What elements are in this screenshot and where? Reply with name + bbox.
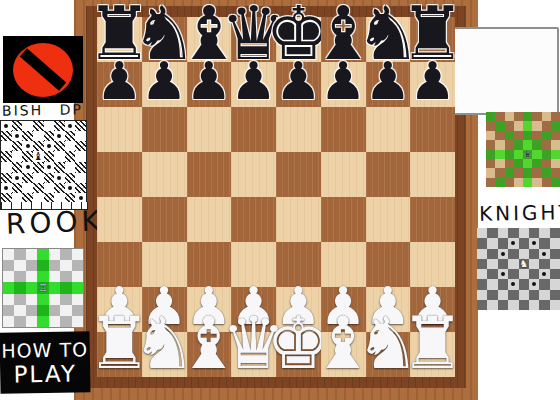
diagram-cell: [505, 150, 514, 159]
diagram-cell: [486, 140, 495, 149]
diagram-cell: [495, 140, 504, 149]
diagram-cell: [542, 121, 551, 130]
diagram-cell: [532, 159, 541, 168]
square-b4[interactable]: [142, 197, 187, 242]
diagram-cell: [477, 249, 487, 259]
bishop-section-label: BISH DP: [2, 101, 83, 118]
move-dot: [15, 176, 19, 180]
diagram-cell: [1, 151, 12, 162]
diagram-cell: [3, 316, 14, 327]
diagram-cell: [12, 121, 23, 131]
move-dot: [542, 252, 546, 256]
diagram-cell: [542, 140, 551, 149]
move-dot: [4, 186, 8, 190]
diagram-cell: [65, 183, 76, 193]
diagram-cell: [495, 121, 504, 130]
diagram-cell: [529, 228, 539, 238]
diagram-cell: [529, 290, 539, 300]
square-c4[interactable]: [187, 197, 232, 242]
diagram-cell: [37, 294, 48, 305]
diagram-cell: [486, 178, 495, 187]
diagram-cell: [26, 294, 37, 305]
diagram-cell: [33, 131, 44, 141]
square-a5[interactable]: [97, 152, 142, 197]
diagram-cell: [12, 183, 23, 193]
move-dot: [501, 272, 505, 276]
diagram-cell: [75, 173, 86, 183]
diagram-cell: [514, 131, 523, 140]
diagram-cell: [14, 316, 25, 327]
diagram-cell: [54, 151, 65, 162]
diagram-cell: [529, 300, 539, 310]
diagram-cell: [519, 290, 529, 300]
diagram-cell: [495, 159, 504, 168]
diagram-cell: [498, 238, 508, 248]
square-f6[interactable]: [321, 107, 366, 152]
diagram-cell: [49, 294, 60, 305]
diagram-cell: [75, 162, 86, 172]
move-dot: [542, 272, 546, 276]
diagram-cell: [532, 131, 541, 140]
knight-icon: ♞: [519, 259, 528, 269]
diagram-cell: [523, 131, 532, 140]
diagram-cell: [532, 178, 541, 187]
diagram-cell: [551, 131, 560, 140]
diagram-cell: [3, 294, 14, 305]
square-b5[interactable]: [142, 152, 187, 197]
diagram-cell: [498, 249, 508, 259]
diagram-cell: [529, 269, 539, 279]
diagram-cell: [486, 159, 495, 168]
diagram-cell: [33, 183, 44, 193]
diagram-cell: [22, 162, 33, 172]
diagram-cell: [26, 305, 37, 316]
diagram-cell: [60, 249, 71, 260]
diagram-cell: [37, 316, 48, 327]
diagram-cell: [514, 140, 523, 149]
diagram-cell: [12, 141, 23, 151]
diagram-cell: [22, 151, 33, 162]
diagram-cell: [44, 121, 55, 131]
diagram-cell: [65, 151, 76, 162]
square-e4[interactable]: [276, 197, 321, 242]
diagram-cell: [12, 131, 23, 141]
diagram-cell: [498, 279, 508, 289]
diagram-cell: [508, 290, 518, 300]
diagram-cell: [487, 269, 497, 279]
diagram-cell: [529, 279, 539, 289]
diagram-cell: [14, 294, 25, 305]
square-h7[interactable]: ♟: [410, 62, 455, 107]
diagram-cell: [22, 173, 33, 183]
diagram-cell: [49, 249, 60, 260]
move-dot: [532, 241, 536, 245]
diagram-cell: [505, 159, 514, 168]
diagram-cell: [539, 249, 549, 259]
diagram-cell: [49, 316, 60, 327]
diagram-cell: [22, 121, 33, 131]
diagram-cell: [551, 112, 560, 121]
diagram-cell: [542, 131, 551, 140]
diagram-cell: [523, 159, 532, 168]
diagram-cell: [54, 162, 65, 172]
diagram-cell: [550, 238, 560, 248]
diagram-cell: [532, 150, 541, 159]
diagram-cell: [551, 168, 560, 177]
diagram-cell: [44, 162, 55, 172]
chess-board: ♜♞♝♛♚♝♞♜♟♟♟♟♟♟♟♟♟♟♟♟♟♟♟♟♜♞♝♛♚♝♞♜: [97, 17, 455, 377]
diagram-cell: [75, 151, 86, 162]
black-pawn[interactable]: ♟: [186, 55, 233, 107]
diagram-cell: [75, 131, 86, 141]
diagram-cell: [1, 141, 12, 151]
rook-section-label: ROOK: [5, 204, 104, 240]
move-dot: [532, 282, 536, 286]
diagram-cell: [14, 282, 25, 293]
diagram-cell: [505, 168, 514, 177]
diagram-cell: [508, 228, 518, 238]
diagram-cell: [487, 228, 497, 238]
diagram-cell: [542, 159, 551, 168]
diagram-cell: [72, 282, 83, 293]
diagram-cell: [498, 290, 508, 300]
black-pawn[interactable]: ♟: [275, 55, 322, 107]
diagram-cell: [523, 121, 532, 130]
square-h4[interactable]: [410, 197, 455, 242]
diagram-cell: [550, 279, 560, 289]
diagram-cell: [523, 168, 532, 177]
square-e7[interactable]: ♟: [276, 62, 321, 107]
knight-moves-diagram: ♞: [477, 228, 560, 310]
move-dot: [26, 165, 30, 169]
square-g4[interactable]: [366, 197, 411, 242]
square-b7[interactable]: ♟: [142, 62, 187, 107]
diagram-cell: [72, 316, 83, 327]
square-h6[interactable]: [410, 107, 455, 152]
diagram-cell: [60, 271, 71, 282]
black-pawn[interactable]: ♟: [141, 55, 188, 107]
diagram-cell: [44, 141, 55, 151]
diagram-cell: [542, 112, 551, 121]
square-c7[interactable]: ♟: [187, 62, 232, 107]
queen-moves-diagram: ♛: [486, 112, 560, 187]
diagram-cell: [14, 305, 25, 316]
diagram-cell: [54, 121, 65, 131]
diagram-cell: [495, 112, 504, 121]
diagram-cell: [72, 294, 83, 305]
diagram-cell: [519, 238, 529, 248]
diagram-cell: [477, 269, 487, 279]
diagram-cell: [532, 121, 541, 130]
square-g7[interactable]: ♟: [366, 62, 411, 107]
square-c6[interactable]: [187, 107, 232, 152]
diagram-cell: [54, 183, 65, 193]
diagram-cell: ♖: [37, 282, 48, 293]
diagram-cell: [519, 228, 529, 238]
diagram-cell: [1, 121, 12, 131]
diagram-cell: [75, 121, 86, 131]
square-f4[interactable]: [321, 197, 366, 242]
diagram-cell: [551, 150, 560, 159]
square-h5[interactable]: [410, 152, 455, 197]
diagram-cell: [1, 183, 12, 193]
move-dot: [57, 134, 61, 138]
square-a4[interactable]: [97, 197, 142, 242]
square-a7[interactable]: ♟: [97, 62, 142, 107]
diagram-cell: [60, 294, 71, 305]
diagram-cell: [487, 238, 497, 248]
diagram-cell: [477, 290, 487, 300]
diagram-cell: [508, 300, 518, 310]
diagram-cell: [26, 260, 37, 271]
diagram-cell: [550, 269, 560, 279]
bishop-moves-diagram: ♝: [0, 120, 87, 204]
diagram-cell: [60, 282, 71, 293]
diagram-cell: [508, 279, 518, 289]
diagram-cell: [37, 260, 48, 271]
diagram-cell: [22, 141, 33, 151]
diagram-cell: [550, 259, 560, 269]
diagram-cell: [550, 249, 560, 259]
move-dot: [47, 165, 51, 169]
move-dot: [511, 241, 515, 245]
diagram-cell: [495, 131, 504, 140]
square-d7[interactable]: ♟: [231, 62, 276, 107]
diagram-cell: [33, 162, 44, 172]
diagram-cell: [3, 271, 14, 282]
diagram-cell: [539, 269, 549, 279]
diagram-cell: [487, 259, 497, 269]
diagram-cell: [477, 300, 487, 310]
diagram-cell: [14, 271, 25, 282]
move-dot: [511, 282, 515, 286]
diagram-cell: [508, 259, 518, 269]
no-entry-slash-icon: [20, 48, 66, 90]
diagram-cell: [508, 249, 518, 259]
square-c5[interactable]: [187, 152, 232, 197]
diagram-cell: [486, 131, 495, 140]
diagram-cell: [514, 121, 523, 130]
diagram-cell: [1, 131, 12, 141]
square-d5[interactable]: [231, 152, 276, 197]
diagram-cell: [542, 168, 551, 177]
square-d6[interactable]: [231, 107, 276, 152]
diagram-cell: [505, 178, 514, 187]
black-pawn[interactable]: ♟: [409, 55, 456, 107]
diagram-cell: [498, 228, 508, 238]
diagram-cell: [12, 151, 23, 162]
move-dot: [47, 144, 51, 148]
diagram-cell: [519, 269, 529, 279]
black-pawn[interactable]: ♟: [96, 55, 143, 107]
diagram-cell: [60, 260, 71, 271]
diagram-cell: [72, 271, 83, 282]
diagram-cell: [532, 168, 541, 177]
diagram-cell: [49, 271, 60, 282]
diagram-cell: [54, 173, 65, 183]
bishop-icon: ♝: [33, 151, 43, 162]
diagram-cell: [487, 290, 497, 300]
diagram-cell: [12, 162, 23, 172]
diagram-cell: [550, 290, 560, 300]
diagram-cell: [65, 173, 76, 183]
diagram-cell: [26, 249, 37, 260]
diagram-cell: [26, 271, 37, 282]
diagram-cell: [486, 112, 495, 121]
no-entry-icon: [13, 43, 73, 97]
diagram-cell: [514, 112, 523, 121]
diagram-cell: [532, 112, 541, 121]
diagram-cell: [54, 141, 65, 151]
diagram-cell: [75, 141, 86, 151]
diagram-cell: [14, 260, 25, 271]
diagram-cell: [1, 173, 12, 183]
diagram-cell: [498, 300, 508, 310]
diagram-cell: [523, 112, 532, 121]
diagram-cell: [65, 121, 76, 131]
move-dot: [68, 186, 72, 190]
diagram-cell: [37, 249, 48, 260]
diagram-cell: [529, 238, 539, 248]
square-g5[interactable]: [366, 152, 411, 197]
queen-icon: ♛: [524, 150, 532, 159]
diagram-cell: [37, 271, 48, 282]
diagram-cell: [508, 269, 518, 279]
diagram-cell: [495, 150, 504, 159]
diagram-cell: [22, 131, 33, 141]
diagram-cell: [487, 300, 497, 310]
square-f7[interactable]: ♟: [321, 62, 366, 107]
square-f5[interactable]: [321, 152, 366, 197]
diagram-cell: [519, 279, 529, 289]
diagram-cell: [539, 290, 549, 300]
square-b6[interactable]: [142, 107, 187, 152]
white-rook[interactable]: ♜: [400, 307, 465, 379]
diagram-cell: [65, 131, 76, 141]
diagram-cell: [65, 162, 76, 172]
diagram-cell: [498, 259, 508, 269]
diagram-cell: [37, 305, 48, 316]
diagram-cell: [514, 150, 523, 159]
diagram-cell: [542, 150, 551, 159]
diagram-cell: [75, 183, 86, 193]
no-entry-panel[interactable]: [3, 36, 83, 103]
diagram-cell: [505, 121, 514, 130]
diagram-cell: [14, 249, 25, 260]
how-to-play-button[interactable]: HOW TO PLAY: [0, 331, 91, 394]
diagram-cell: [486, 168, 495, 177]
diagram-cell: [539, 279, 549, 289]
diagram-cell: [477, 228, 487, 238]
diagram-cell: [495, 168, 504, 177]
diagram-cell: [539, 228, 549, 238]
diagram-cell: [3, 305, 14, 316]
move-dot: [15, 134, 19, 138]
diagram-cell: [550, 300, 560, 310]
square-e5[interactable]: [276, 152, 321, 197]
diagram-cell: [1, 162, 12, 172]
move-dot: [501, 252, 505, 256]
board-frame: ♜♞♝♛♚♝♞♜♟♟♟♟♟♟♟♟♟♟♟♟♟♟♟♟♜♞♝♛♚♝♞♜: [74, 0, 478, 400]
move-dot: [4, 124, 8, 128]
diagram-cell: [12, 173, 23, 183]
square-a6[interactable]: [97, 107, 142, 152]
diagram-cell: ♞: [519, 259, 529, 269]
diagram-cell: [523, 178, 532, 187]
board-frame-inner: ♜♞♝♛♚♝♞♜♟♟♟♟♟♟♟♟♟♟♟♟♟♟♟♟♜♞♝♛♚♝♞♜: [86, 6, 466, 388]
move-dot: [79, 196, 83, 200]
square-h1[interactable]: ♜: [410, 332, 455, 377]
diagram-cell: [487, 249, 497, 259]
how-to-play-line1: HOW TO: [1, 338, 88, 362]
diagram-cell: [514, 178, 523, 187]
diagram-cell: [551, 140, 560, 149]
diagram-cell: [22, 183, 33, 193]
square-g6[interactable]: [366, 107, 411, 152]
diagram-cell: [487, 279, 497, 289]
diagram-cell: [72, 249, 83, 260]
move-dot: [57, 176, 61, 180]
diagram-cell: [539, 238, 549, 248]
square-d4[interactable]: [231, 197, 276, 242]
diagram-cell: [72, 305, 83, 316]
diagram-cell: [529, 249, 539, 259]
diagram-cell: [551, 159, 560, 168]
diagram-cell: [49, 260, 60, 271]
diagram-cell: ♝: [33, 151, 44, 162]
diagram-cell: [529, 259, 539, 269]
diagram-cell: [477, 259, 487, 269]
diagram-cell: [498, 269, 508, 279]
diagram-cell: [486, 150, 495, 159]
diagram-cell: [65, 141, 76, 151]
diagram-cell: [514, 168, 523, 177]
diagram-cell: [551, 121, 560, 130]
game-stage: ♜♞♝♛♚♝♞♜♟♟♟♟♟♟♟♟♟♟♟♟♟♟♟♟♜♞♝♛♚♝♞♜ BISH DP…: [0, 0, 560, 400]
knight-section-label: KNIGHT: [479, 200, 560, 226]
black-pawn[interactable]: ♟: [320, 55, 367, 107]
diagram-cell: [505, 140, 514, 149]
diagram-cell: [495, 178, 504, 187]
diagram-cell: [551, 178, 560, 187]
diagram-cell: [54, 131, 65, 141]
diagram-cell: [508, 238, 518, 248]
diagram-cell: [519, 300, 529, 310]
diagram-cell: [44, 173, 55, 183]
square-e6[interactable]: [276, 107, 321, 152]
diagram-cell: [33, 173, 44, 183]
diagram-cell: [539, 300, 549, 310]
rook-moves-diagram: ♖: [2, 248, 84, 328]
diagram-cell: [477, 238, 487, 248]
move-dot: [26, 144, 30, 148]
black-pawn[interactable]: ♟: [365, 55, 412, 107]
diagram-cell: [26, 316, 37, 327]
diagram-cell: [44, 183, 55, 193]
rook-icon: ♖: [39, 283, 48, 293]
diagram-cell: [44, 131, 55, 141]
diagram-cell: [3, 260, 14, 271]
diagram-cell: ♛: [523, 150, 532, 159]
diagram-cell: [477, 279, 487, 289]
diagram-cell: [49, 282, 60, 293]
diagram-cell: [26, 282, 37, 293]
diagram-cell: [532, 140, 541, 149]
black-pawn[interactable]: ♟: [230, 55, 277, 107]
how-to-play-line2: PLAY: [13, 360, 77, 387]
diagram-cell: [539, 259, 549, 269]
diagram-cell: [72, 260, 83, 271]
